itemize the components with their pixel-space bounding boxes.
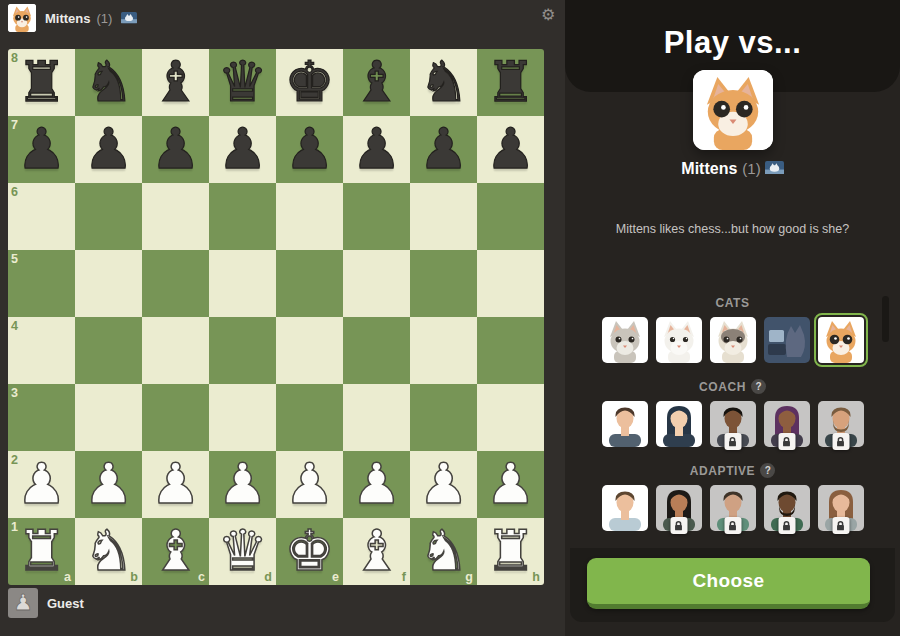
square-g7[interactable]: ♟ <box>410 116 477 183</box>
piece-black-pawn[interactable]: ♟ <box>410 116 477 182</box>
square-f8[interactable]: ♝ <box>343 49 410 116</box>
padlock-badge <box>832 433 849 450</box>
square-a3[interactable]: 3 <box>8 384 75 451</box>
square-c2[interactable]: ♟ <box>142 451 209 518</box>
square-h2[interactable]: ♟ <box>477 451 544 518</box>
file-label: c <box>198 570 205 584</box>
square-f1[interactable]: f♝ <box>343 518 410 585</box>
rank-label: 4 <box>11 319 18 333</box>
bot-avatar-adaptive-bot-4[interactable] <box>764 485 810 531</box>
square-b1[interactable]: b♞ <box>75 518 142 585</box>
bot-avatar-coach-bot-3[interactable] <box>710 401 756 447</box>
bot-avatar-mittens-bot[interactable] <box>818 317 864 363</box>
square-d3[interactable] <box>209 384 276 451</box>
settings-gear-icon[interactable]: ⚙ <box>541 5 555 24</box>
square-d6[interactable] <box>209 183 276 250</box>
piece-white-pawn[interactable]: ♟ <box>276 451 343 517</box>
square-f7[interactable]: ♟ <box>343 116 410 183</box>
square-g5[interactable] <box>410 250 477 317</box>
guest-avatar[interactable]: ♟ <box>8 588 38 618</box>
opponent-rating: (1) <box>97 11 113 26</box>
selected-bot-avatar[interactable] <box>693 70 773 150</box>
square-c8[interactable]: ♝ <box>142 49 209 116</box>
square-b3[interactable] <box>75 384 142 451</box>
file-label: e <box>332 570 339 584</box>
square-h7[interactable]: ♟ <box>477 116 544 183</box>
piece-black-pawn[interactable]: ♟ <box>276 116 343 182</box>
square-h8[interactable]: ♜ <box>477 49 544 116</box>
choose-button[interactable]: Choose <box>587 558 870 609</box>
square-d4[interactable] <box>209 317 276 384</box>
bot-avatar-coach-bot-5[interactable] <box>818 401 864 447</box>
bot-avatar-coach-bot-2[interactable] <box>656 401 702 447</box>
square-d2[interactable]: ♟ <box>209 451 276 518</box>
lock-icon <box>835 436 847 448</box>
rank-label: 6 <box>11 185 18 199</box>
piece-white-bishop[interactable]: ♝ <box>343 518 410 584</box>
bot-avatar-adaptive-bot-1[interactable] <box>602 485 648 531</box>
padlock-badge <box>778 517 795 534</box>
cat-flag-icon <box>121 12 137 23</box>
square-h3[interactable] <box>477 384 544 451</box>
piece-black-pawn[interactable]: ♟ <box>477 116 544 182</box>
square-g8[interactable]: ♞ <box>410 49 477 116</box>
square-g6[interactable] <box>410 183 477 250</box>
square-e6[interactable] <box>276 183 343 250</box>
piece-black-bishop[interactable]: ♝ <box>343 49 410 115</box>
bot-description: Mittens likes chess...but how good is sh… <box>587 221 878 238</box>
cat-flag-icon <box>765 161 784 174</box>
square-a4[interactable]: 4 <box>8 317 75 384</box>
piece-black-pawn[interactable]: ♟ <box>209 116 276 182</box>
bot-avatar-white-cat-bot[interactable] <box>656 317 702 363</box>
pawn-icon: ♟ <box>13 592 33 614</box>
square-e2[interactable]: ♟ <box>276 451 343 518</box>
square-e8[interactable]: ♚ <box>276 49 343 116</box>
lock-icon <box>727 436 739 448</box>
bot-rating: (1) <box>742 160 760 177</box>
piece-white-pawn[interactable]: ♟ <box>75 451 142 517</box>
padlock-badge <box>724 433 741 450</box>
square-h4[interactable] <box>477 317 544 384</box>
square-e7[interactable]: ♟ <box>276 116 343 183</box>
padlock-badge <box>832 517 849 534</box>
file-label: f <box>402 570 406 584</box>
square-g4[interactable] <box>410 317 477 384</box>
section-adaptive: ADAPTIVE ? <box>565 463 900 531</box>
lock-icon <box>781 520 793 532</box>
board-area: Mittens (1) ⚙ 8♜♞♝♛♚♝♞♜7♟♟♟♟♟♟♟♟65432♟♟♟… <box>0 0 565 636</box>
square-a8[interactable]: 8♜ <box>8 49 75 116</box>
square-f4[interactable] <box>343 317 410 384</box>
bot-avatar-adaptive-bot-2[interactable] <box>656 485 702 531</box>
opponent-header: Mittens (1) <box>8 4 137 32</box>
file-label: g <box>465 570 473 584</box>
padlock-badge <box>778 433 795 450</box>
padlock-badge <box>724 517 741 534</box>
lock-icon <box>727 520 739 532</box>
rank-label: 2 <box>11 453 18 467</box>
square-b7[interactable]: ♟ <box>75 116 142 183</box>
square-g1[interactable]: g♞ <box>410 518 477 585</box>
piece-black-bishop[interactable]: ♝ <box>142 49 209 115</box>
square-g2[interactable]: ♟ <box>410 451 477 518</box>
square-d8[interactable]: ♛ <box>209 49 276 116</box>
opponent-avatar[interactable] <box>8 4 36 32</box>
square-a5[interactable]: 5 <box>8 250 75 317</box>
opponent-name: Mittens <box>45 11 91 26</box>
square-d1[interactable]: d♛ <box>209 518 276 585</box>
bot-avatar-adaptive-bot-5[interactable] <box>818 485 864 531</box>
bot-sections: CATS <box>565 296 900 547</box>
square-a1[interactable]: 1a♜ <box>8 518 75 585</box>
square-a7[interactable]: 7♟ <box>8 116 75 183</box>
bot-avatar-siamese-cat-bot[interactable] <box>710 317 756 363</box>
piece-white-pawn[interactable]: ♟ <box>8 451 75 517</box>
square-c5[interactable] <box>142 250 209 317</box>
square-d5[interactable] <box>209 250 276 317</box>
piece-black-rook[interactable]: ♜ <box>477 49 544 115</box>
section-label: COACH <box>699 380 746 394</box>
piece-white-pawn[interactable]: ♟ <box>410 451 477 517</box>
piece-black-queen[interactable]: ♛ <box>209 49 276 115</box>
piece-white-pawn[interactable]: ♟ <box>209 451 276 517</box>
section-coach: COACH ? <box>565 379 900 447</box>
play-vs-panel: Play vs... Mittens(1) Mittens likes ches… <box>565 0 900 636</box>
square-h6[interactable] <box>477 183 544 250</box>
panel-title: Play vs... <box>664 25 802 67</box>
lock-icon <box>781 436 793 448</box>
lock-icon <box>673 520 685 532</box>
bot-avatar-coach-bot-4[interactable] <box>764 401 810 447</box>
chess-board: 8♜♞♝♛♚♝♞♜7♟♟♟♟♟♟♟♟65432♟♟♟♟♟♟♟♟1a♜b♞c♝d♛… <box>8 49 544 585</box>
file-label: h <box>532 570 540 584</box>
piece-black-king[interactable]: ♚ <box>276 49 343 115</box>
bot-avatar-coach-bot-1[interactable] <box>602 401 648 447</box>
section-label: ADAPTIVE <box>690 464 755 478</box>
panel-scrollbar[interactable] <box>882 296 889 342</box>
bot-name-row: Mittens(1) <box>565 160 900 178</box>
square-c1[interactable]: c♝ <box>142 518 209 585</box>
square-e1[interactable]: e♚ <box>276 518 343 585</box>
square-f5[interactable] <box>343 250 410 317</box>
square-h1[interactable]: h♜ <box>477 518 544 585</box>
square-h5[interactable] <box>477 250 544 317</box>
piece-black-pawn[interactable]: ♟ <box>8 116 75 182</box>
help-icon[interactable]: ? <box>751 379 766 394</box>
player-name: Guest <box>47 596 84 611</box>
file-label: b <box>130 570 138 584</box>
square-b6[interactable] <box>75 183 142 250</box>
piece-black-pawn[interactable]: ♟ <box>343 116 410 182</box>
player-header: ♟ Guest <box>8 588 84 618</box>
help-icon[interactable]: ? <box>760 463 775 478</box>
padlock-badge <box>670 517 687 534</box>
bot-name: Mittens <box>681 160 737 177</box>
lock-icon <box>835 520 847 532</box>
panel-footer: Choose <box>570 548 895 622</box>
square-c6[interactable] <box>142 183 209 250</box>
piece-white-pawn[interactable]: ♟ <box>343 451 410 517</box>
piece-black-rook[interactable]: ♜ <box>8 49 75 115</box>
piece-white-pawn[interactable]: ♟ <box>477 451 544 517</box>
square-c3[interactable] <box>142 384 209 451</box>
piece-black-pawn[interactable]: ♟ <box>75 116 142 182</box>
section-cats: CATS <box>565 296 900 363</box>
bot-avatar-gray-tabby-cat-bot[interactable] <box>602 317 648 363</box>
file-label: d <box>264 570 272 584</box>
square-e4[interactable] <box>276 317 343 384</box>
square-b8[interactable]: ♞ <box>75 49 142 116</box>
rank-label: 8 <box>11 51 18 65</box>
square-b4[interactable] <box>75 317 142 384</box>
bot-avatar-adaptive-bot-3[interactable] <box>710 485 756 531</box>
rank-label: 3 <box>11 386 18 400</box>
square-f2[interactable]: ♟ <box>343 451 410 518</box>
square-a6[interactable]: 6 <box>8 183 75 250</box>
rank-label: 1 <box>11 520 18 534</box>
square-b2[interactable]: ♟ <box>75 451 142 518</box>
piece-black-knight[interactable]: ♞ <box>410 49 477 115</box>
square-a2[interactable]: 2♟ <box>8 451 75 518</box>
square-d7[interactable]: ♟ <box>209 116 276 183</box>
square-c4[interactable] <box>142 317 209 384</box>
rank-label: 5 <box>11 252 18 266</box>
square-f3[interactable] <box>343 384 410 451</box>
piece-black-pawn[interactable]: ♟ <box>142 116 209 182</box>
square-e5[interactable] <box>276 250 343 317</box>
square-e3[interactable] <box>276 384 343 451</box>
piece-black-knight[interactable]: ♞ <box>75 49 142 115</box>
square-c7[interactable]: ♟ <box>142 116 209 183</box>
square-f6[interactable] <box>343 183 410 250</box>
square-g3[interactable] <box>410 384 477 451</box>
file-label: a <box>64 570 71 584</box>
rank-label: 7 <box>11 118 18 132</box>
section-label: CATS <box>715 296 749 310</box>
bot-avatar-dark-cat-bot[interactable] <box>764 317 810 363</box>
square-b5[interactable] <box>75 250 142 317</box>
piece-white-pawn[interactable]: ♟ <box>142 451 209 517</box>
